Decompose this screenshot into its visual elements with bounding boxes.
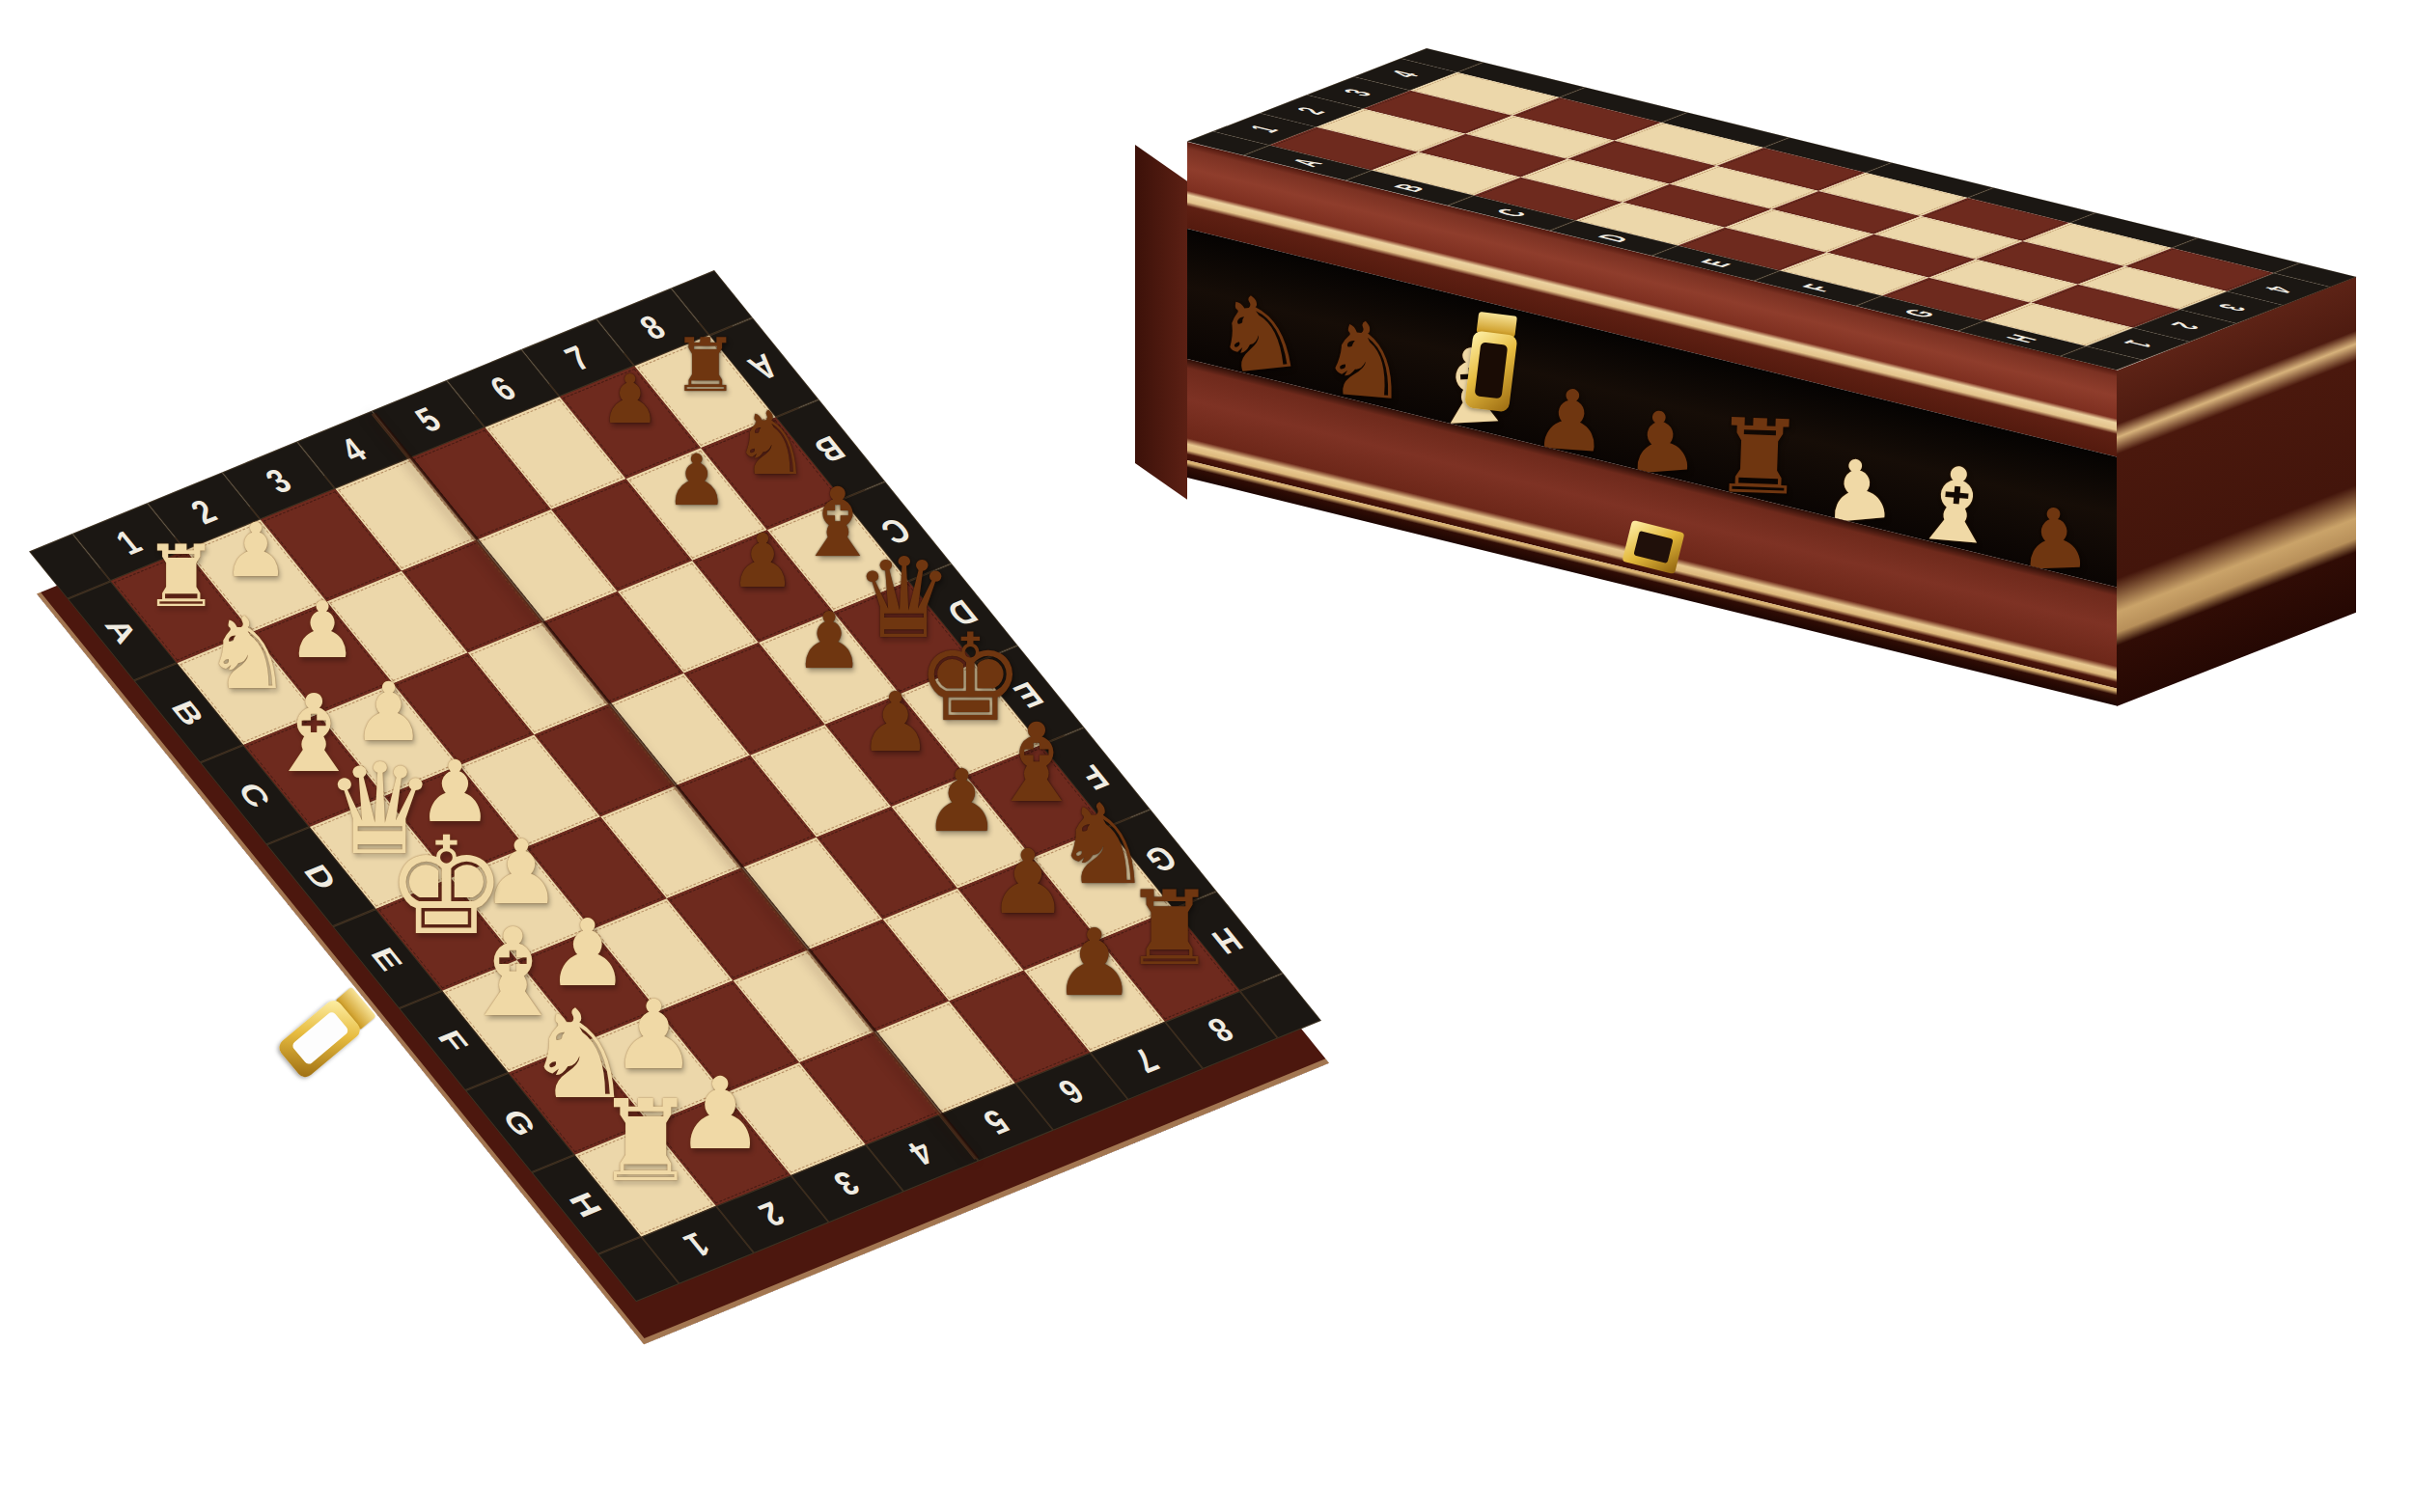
box-left-side <box>1135 145 1187 500</box>
lid-file-label: C <box>1490 207 1533 219</box>
rank-label: 2 <box>753 1196 791 1232</box>
file-label: H <box>565 1189 609 1221</box>
rank-label: 4 <box>334 432 373 468</box>
rank-label: 7 <box>1127 1043 1166 1079</box>
rank-label: 2 <box>184 493 223 529</box>
lid-rank-label: 4 <box>2259 284 2298 294</box>
rank-label: 8 <box>633 310 672 345</box>
file-label: H <box>1206 922 1250 960</box>
lid-rank-label: 2 <box>2165 320 2205 331</box>
lid-rank-label: 3 <box>1339 87 1378 97</box>
stored-light-knight: ♞ <box>2103 504 2117 588</box>
lid-file-label: E <box>1695 258 1736 269</box>
lid-rank-label: 2 <box>1291 105 1331 116</box>
rank-label: 3 <box>828 1166 867 1201</box>
lid-rank-label: 4 <box>1385 69 1425 79</box>
file-label: B <box>809 430 852 468</box>
rank-label: 1 <box>679 1227 717 1263</box>
lid-file-label: H <box>2001 333 2043 344</box>
lid-file-label: G <box>1899 308 1942 320</box>
rank-label: 1 <box>110 524 149 560</box>
file-label: A <box>742 349 786 387</box>
lid-file-label: D <box>1593 233 1635 244</box>
rank-label: 5 <box>409 401 448 437</box>
file-label: G <box>497 1106 542 1140</box>
rank-label: 6 <box>1052 1074 1091 1110</box>
file-label: C <box>233 779 277 811</box>
lid-file-label: B <box>1389 182 1431 194</box>
file-label: E <box>1009 677 1050 714</box>
lid-file-label: F <box>1797 283 1838 294</box>
file-label: F <box>433 1027 475 1056</box>
rank-label: 7 <box>559 340 597 375</box>
file-label: G <box>1140 840 1184 878</box>
file-label: D <box>299 861 344 893</box>
lid-file-label: A <box>1287 157 1329 169</box>
file-label: E <box>366 944 408 975</box>
catch-hole <box>1633 531 1673 564</box>
file-label: A <box>100 615 145 646</box>
file-label: B <box>167 697 211 729</box>
lid-rank-label: 1 <box>2118 339 2157 349</box>
rank-label: 6 <box>484 371 522 406</box>
file-label: C <box>875 512 919 550</box>
rank-label: 3 <box>260 463 298 499</box>
rank-label: 5 <box>978 1105 1016 1141</box>
lid-rank-label: 1 <box>1245 124 1285 134</box>
rank-label: 4 <box>902 1135 941 1170</box>
open-chess-board: ABCDEFGH8877665544332211ABCDEFGH <box>29 270 1321 1302</box>
rank-label: 8 <box>1202 1012 1240 1048</box>
file-label: D <box>941 594 985 632</box>
lid-rank-label: 3 <box>2212 302 2252 313</box>
file-label: F <box>1075 759 1116 795</box>
clasp-loop <box>1464 330 1517 412</box>
product-photo-canvas: ABCDEFGH8877665544332211ABCDEFGH ♞♞♝♟♟♜♟… <box>0 0 2413 1512</box>
